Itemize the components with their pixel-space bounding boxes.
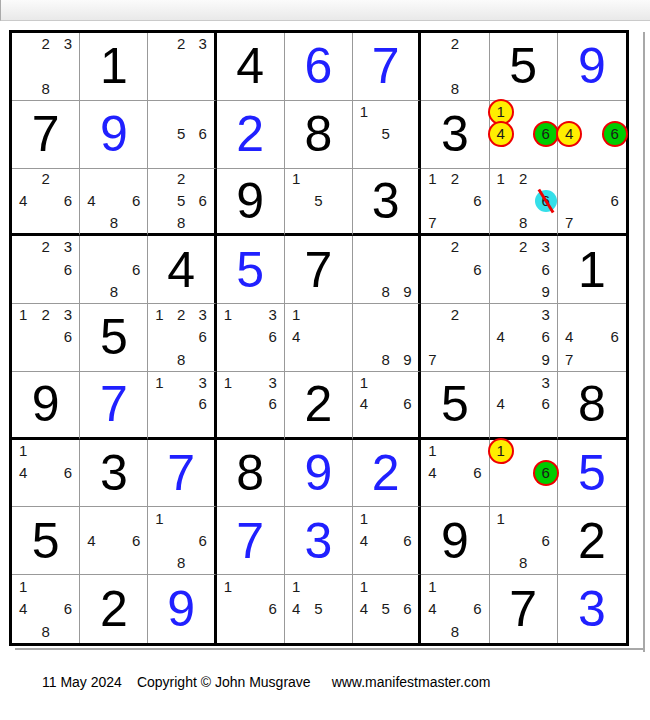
- candidate-1[interactable]: 1: [217, 372, 239, 394]
- cell-r1c3[interactable]: 23: [148, 33, 216, 101]
- candidate-4[interactable]: 4: [490, 393, 512, 415]
- cell-r3c8[interactable]: 1268: [490, 169, 558, 237]
- candidate-2[interactable]: 2: [444, 33, 466, 55]
- given-digit: 3: [441, 109, 469, 159]
- candidate-6[interactable]: 6: [125, 259, 147, 281]
- candidate-1[interactable]: 1: [353, 101, 375, 123]
- cell-r1c4[interactable]: 4: [217, 33, 285, 101]
- candidate-5[interactable]: 5: [307, 190, 329, 212]
- cell-r6c6[interactable]: 146: [353, 372, 421, 440]
- elimination-strike: [537, 189, 554, 213]
- solved-digit: 7: [372, 41, 400, 91]
- cell-r8c7[interactable]: 9: [421, 507, 489, 575]
- candidate-2[interactable]: 2: [444, 304, 466, 326]
- cell-r5c2[interactable]: 5: [80, 304, 148, 372]
- cell-r3c7[interactable]: 1267: [421, 169, 489, 237]
- cell-r5c4[interactable]: 136: [217, 304, 285, 372]
- cell-r2c3[interactable]: 56: [148, 101, 216, 169]
- candidate-1[interactable]: 1: [217, 304, 239, 326]
- candidate-6[interactable]: 6: [57, 598, 79, 620]
- cell-r8c5[interactable]: 3: [285, 507, 353, 575]
- candidate-6[interactable]: 6: [535, 326, 557, 348]
- cell-r8c6[interactable]: 146: [353, 507, 421, 575]
- candidate-6[interactable]: 6: [192, 190, 214, 212]
- candidate-5[interactable]: 5: [170, 190, 192, 212]
- candidate-2[interactable]: 2: [444, 168, 466, 190]
- solved-digit: 9: [100, 109, 128, 159]
- candidate-7[interactable]: 7: [422, 349, 444, 371]
- given-digit: 1: [100, 41, 128, 91]
- cell-r7c9[interactable]: 5: [558, 440, 626, 508]
- cell-r5c5[interactable]: 14: [285, 304, 353, 372]
- cell-r6c3[interactable]: 136: [148, 372, 216, 440]
- candidate-6[interactable]: 6: [262, 326, 284, 348]
- candidate-1[interactable]: 1: [353, 508, 375, 530]
- candidate-1[interactable]: 1: [490, 168, 512, 190]
- cell-r3c3[interactable]: 2568: [148, 169, 216, 237]
- cell-r4c9[interactable]: 1: [558, 236, 626, 304]
- cell-r4c1[interactable]: 236: [12, 236, 80, 304]
- candidate-6[interactable]: 6: [262, 393, 284, 415]
- solved-digit: 7: [167, 448, 195, 498]
- candidate-4[interactable]: 4: [285, 326, 307, 348]
- footer-copyright: Copyright © John Musgrave: [137, 674, 311, 690]
- cell-r6c7[interactable]: 5: [421, 372, 489, 440]
- candidate-1[interactable]: 1: [12, 440, 34, 462]
- solved-digit: 7: [236, 516, 264, 566]
- candidate-1[interactable]: 1: [353, 372, 375, 394]
- cell-r5c8[interactable]: 3469: [490, 304, 558, 372]
- toolbar-strip: [0, 0, 650, 21]
- given-digit: 7: [32, 109, 60, 159]
- candidate-9[interactable]: 9: [396, 349, 418, 371]
- cell-r6c8[interactable]: 346: [490, 372, 558, 440]
- candidate-4[interactable]: 4: [12, 598, 34, 620]
- candidate-6[interactable]: 6: [396, 530, 418, 552]
- solved-digit: 9: [305, 448, 333, 498]
- candidate-8[interactable]: 8: [103, 212, 125, 234]
- candidate-1[interactable]: 1: [217, 576, 239, 598]
- candidate-9[interactable]: 9: [535, 281, 557, 303]
- candidate-3[interactable]: 3: [535, 372, 557, 394]
- cell-r9c6[interactable]: 1456: [353, 575, 421, 643]
- given-digit: 7: [305, 245, 333, 295]
- sudoku-board: 2381234672859795628153146462464682568915…: [9, 30, 629, 646]
- cell-r3c2[interactable]: 468: [80, 169, 148, 237]
- cell-r2c1[interactable]: 7: [12, 101, 80, 169]
- candidate-2[interactable]: 2: [512, 168, 534, 190]
- cell-r4c2[interactable]: 68: [80, 236, 148, 304]
- candidate-1[interactable]: 1: [285, 168, 307, 190]
- candidate-9[interactable]: 9: [396, 281, 418, 303]
- candidate-2[interactable]: 2: [512, 236, 534, 258]
- cell-r8c9[interactable]: 2: [558, 507, 626, 575]
- candidate-8[interactable]: 8: [375, 281, 397, 303]
- cell-r8c3[interactable]: 168: [148, 507, 216, 575]
- candidate-6[interactable]: 6: [192, 393, 214, 415]
- candidate-2[interactable]: 2: [444, 236, 466, 258]
- cell-r8c2[interactable]: 46: [80, 507, 148, 575]
- candidate-3[interactable]: 3: [192, 304, 214, 326]
- candidate-6[interactable]: 6: [57, 259, 79, 281]
- candidate-1[interactable]: 1: [490, 101, 512, 123]
- given-digit: 8: [578, 379, 606, 429]
- candidate-3[interactable]: 3: [57, 236, 79, 258]
- candidate-6[interactable]: 6: [535, 190, 557, 212]
- candidate-2[interactable]: 2: [170, 304, 192, 326]
- candidate-1[interactable]: 1: [12, 304, 34, 326]
- candidate-8[interactable]: 8: [170, 212, 192, 234]
- candidate-3[interactable]: 3: [535, 236, 557, 258]
- footer-website: www.manifestmaster.com: [332, 674, 491, 690]
- candidate-6[interactable]: 6: [604, 190, 626, 212]
- candidate-3[interactable]: 3: [262, 372, 284, 394]
- candidate-1[interactable]: 1: [285, 576, 307, 598]
- given-digit: 5: [32, 516, 60, 566]
- candidate-4[interactable]: 4: [558, 123, 580, 145]
- candidate-8[interactable]: 8: [170, 552, 192, 574]
- candidate-1[interactable]: 1: [148, 304, 170, 326]
- given-digit: 3: [372, 176, 400, 226]
- candidate-1[interactable]: 1: [490, 440, 512, 462]
- given-digit: 3: [100, 448, 128, 498]
- candidate-1[interactable]: 1: [490, 508, 512, 530]
- candidate-6[interactable]: 6: [396, 598, 418, 620]
- candidate-8[interactable]: 8: [103, 281, 125, 303]
- candidate-4[interactable]: 4: [12, 190, 34, 212]
- cell-r5c1[interactable]: 1236: [12, 304, 80, 372]
- candidate-6[interactable]: 6: [535, 462, 557, 484]
- candidate-8[interactable]: 8: [444, 78, 466, 100]
- candidate-4[interactable]: 4: [422, 598, 444, 620]
- given-digit: 9: [236, 176, 264, 226]
- solved-digit: 9: [167, 584, 195, 634]
- candidate-4[interactable]: 4: [422, 462, 444, 484]
- cell-r1c9[interactable]: 9: [558, 33, 626, 101]
- candidate-4[interactable]: 4: [353, 393, 375, 415]
- candidate-6[interactable]: 6: [535, 123, 557, 145]
- candidate-6[interactable]: 6: [466, 598, 488, 620]
- candidate-8[interactable]: 8: [35, 78, 57, 100]
- candidate-8[interactable]: 8: [35, 621, 57, 643]
- board-shadow-right: [643, 32, 645, 652]
- candidate-4[interactable]: 4: [353, 530, 375, 552]
- cell-r4c8[interactable]: 2369: [490, 236, 558, 304]
- candidate-2[interactable]: 2: [35, 236, 57, 258]
- cell-r9c1[interactable]: 1468: [12, 575, 80, 643]
- candidate-4[interactable]: 4: [285, 598, 307, 620]
- candidate-1[interactable]: 1: [148, 508, 170, 530]
- candidate-1[interactable]: 1: [148, 372, 170, 394]
- given-digit: 5: [100, 312, 128, 362]
- candidate-6[interactable]: 6: [262, 598, 284, 620]
- cell-r2c2[interactable]: 9: [80, 101, 148, 169]
- solved-digit: 2: [236, 109, 264, 159]
- candidate-6[interactable]: 6: [396, 393, 418, 415]
- candidate-4[interactable]: 4: [12, 462, 34, 484]
- candidate-6[interactable]: 6: [192, 326, 214, 348]
- candidate-8[interactable]: 8: [444, 621, 466, 643]
- candidate-9[interactable]: 9: [535, 349, 557, 371]
- solved-digit: 2: [372, 448, 400, 498]
- cell-r2c6[interactable]: 15: [353, 101, 421, 169]
- cell-r9c8[interactable]: 7: [490, 575, 558, 643]
- candidate-6[interactable]: 6: [466, 190, 488, 212]
- candidate-1[interactable]: 1: [12, 576, 34, 598]
- candidate-8[interactable]: 8: [512, 212, 534, 234]
- candidate-1[interactable]: 1: [422, 440, 444, 462]
- given-digit: 2: [578, 516, 606, 566]
- candidate-4[interactable]: 4: [80, 530, 102, 552]
- cell-r7c5[interactable]: 9: [285, 440, 353, 508]
- cell-r4c4[interactable]: 5: [217, 236, 285, 304]
- candidate-2[interactable]: 2: [35, 168, 57, 190]
- given-digit: 4: [236, 41, 264, 91]
- candidate-4[interactable]: 4: [353, 598, 375, 620]
- given-digit: 1: [578, 245, 606, 295]
- cell-r2c9[interactable]: 46: [558, 101, 626, 169]
- cell-r6c2[interactable]: 7: [80, 372, 148, 440]
- given-digit: 5: [509, 41, 537, 91]
- cell-r3c9[interactable]: 67: [558, 169, 626, 237]
- solved-digit: 5: [578, 448, 606, 498]
- board-shadow-bottom: [15, 648, 645, 650]
- given-digit: 8: [305, 109, 333, 159]
- cell-r4c5[interactable]: 7: [285, 236, 353, 304]
- given-digit: 9: [32, 379, 60, 429]
- candidate-6[interactable]: 6: [192, 123, 214, 145]
- cell-r6c9[interactable]: 8: [558, 372, 626, 440]
- cell-r1c8[interactable]: 5: [490, 33, 558, 101]
- given-digit: 5: [441, 379, 469, 429]
- cell-r9c2[interactable]: 2: [80, 575, 148, 643]
- cell-r3c1[interactable]: 246: [12, 169, 80, 237]
- candidate-6[interactable]: 6: [604, 123, 626, 145]
- solved-digit: 9: [578, 41, 606, 91]
- solved-digit: 5: [236, 245, 264, 295]
- candidate-3[interactable]: 3: [262, 304, 284, 326]
- cell-r2c8[interactable]: 146: [490, 101, 558, 169]
- candidate-2[interactable]: 2: [170, 33, 192, 55]
- solved-digit: 7: [100, 379, 128, 429]
- cell-r7c4[interactable]: 8: [217, 440, 285, 508]
- candidate-6[interactable]: 6: [535, 393, 557, 415]
- cell-r1c1[interactable]: 238: [12, 33, 80, 101]
- cell-r7c3[interactable]: 7: [148, 440, 216, 508]
- cell-r6c4[interactable]: 136: [217, 372, 285, 440]
- cell-r4c6[interactable]: 89: [353, 236, 421, 304]
- footer: 11 May 2024Copyright © John Musgravewww.…: [42, 674, 490, 690]
- cell-r5c6[interactable]: 89: [353, 304, 421, 372]
- cell-r5c3[interactable]: 12368: [148, 304, 216, 372]
- given-digit: 7: [509, 584, 537, 634]
- candidate-6[interactable]: 6: [192, 530, 214, 552]
- candidate-6[interactable]: 6: [125, 190, 147, 212]
- candidate-4[interactable]: 4: [80, 190, 102, 212]
- cell-r3c5[interactable]: 15: [285, 169, 353, 237]
- cell-r7c2[interactable]: 3: [80, 440, 148, 508]
- candidate-6[interactable]: 6: [57, 190, 79, 212]
- candidate-7[interactable]: 7: [558, 212, 580, 234]
- candidate-1[interactable]: 1: [285, 304, 307, 326]
- candidate-3[interactable]: 3: [535, 304, 557, 326]
- cell-r8c8[interactable]: 168: [490, 507, 558, 575]
- candidate-2[interactable]: 2: [35, 33, 57, 55]
- solved-digit: 3: [305, 516, 333, 566]
- candidate-6[interactable]: 6: [466, 462, 488, 484]
- candidate-8[interactable]: 8: [170, 349, 192, 371]
- candidate-3[interactable]: 3: [57, 304, 79, 326]
- given-digit: 8: [236, 448, 264, 498]
- candidate-6[interactable]: 6: [57, 326, 79, 348]
- candidate-2[interactable]: 2: [35, 304, 57, 326]
- cell-r2c5[interactable]: 8: [285, 101, 353, 169]
- cell-r1c2[interactable]: 1: [80, 33, 148, 101]
- given-digit: 9: [441, 516, 469, 566]
- cell-r9c5[interactable]: 145: [285, 575, 353, 643]
- candidate-6[interactable]: 6: [466, 259, 488, 281]
- candidate-4[interactable]: 4: [490, 326, 512, 348]
- candidate-5[interactable]: 5: [307, 598, 329, 620]
- cell-r4c3[interactable]: 4: [148, 236, 216, 304]
- footer-date: 11 May 2024: [42, 674, 122, 690]
- candidate-8[interactable]: 8: [512, 552, 534, 574]
- candidate-5[interactable]: 5: [375, 123, 397, 145]
- cell-r7c8[interactable]: 16: [490, 440, 558, 508]
- cell-r9c9[interactable]: 3: [558, 575, 626, 643]
- cell-r8c4[interactable]: 7: [217, 507, 285, 575]
- candidate-3[interactable]: 3: [192, 372, 214, 394]
- candidate-3[interactable]: 3: [192, 33, 214, 55]
- cell-r9c4[interactable]: 16: [217, 575, 285, 643]
- cell-r6c5[interactable]: 2: [285, 372, 353, 440]
- cell-r8c1[interactable]: 5: [12, 507, 80, 575]
- cell-r7c1[interactable]: 146: [12, 440, 80, 508]
- cell-r1c7[interactable]: 28: [421, 33, 489, 101]
- cell-r3c4[interactable]: 9: [217, 169, 285, 237]
- candidate-5[interactable]: 5: [375, 598, 397, 620]
- cell-r1c5[interactable]: 6: [285, 33, 353, 101]
- candidate-6[interactable]: 6: [57, 462, 79, 484]
- candidate-2[interactable]: 2: [170, 168, 192, 190]
- cell-r1c6[interactable]: 7: [353, 33, 421, 101]
- candidate-7[interactable]: 7: [422, 212, 444, 234]
- cell-r7c6[interactable]: 2: [353, 440, 421, 508]
- cell-r7c7[interactable]: 146: [421, 440, 489, 508]
- candidate-7[interactable]: 7: [558, 349, 580, 371]
- candidate-3[interactable]: 3: [57, 33, 79, 55]
- candidate-6[interactable]: 6: [125, 530, 147, 552]
- candidate-4[interactable]: 4: [558, 326, 580, 348]
- given-digit: 2: [100, 584, 128, 634]
- cell-r4c7[interactable]: 26: [421, 236, 489, 304]
- cell-r2c4[interactable]: 2: [217, 101, 285, 169]
- solved-digit: 3: [578, 584, 606, 634]
- cell-r9c3[interactable]: 9: [148, 575, 216, 643]
- candidate-8[interactable]: 8: [375, 349, 397, 371]
- cell-r5c9[interactable]: 467: [558, 304, 626, 372]
- candidate-1[interactable]: 1: [422, 168, 444, 190]
- cell-r6c1[interactable]: 9: [12, 372, 80, 440]
- given-digit: 4: [167, 245, 195, 295]
- cell-r3c6[interactable]: 3: [353, 169, 421, 237]
- candidate-6[interactable]: 6: [604, 326, 626, 348]
- given-digit: 2: [305, 379, 333, 429]
- cell-r2c7[interactable]: 3: [421, 101, 489, 169]
- candidate-6[interactable]: 6: [535, 259, 557, 281]
- candidate-6[interactable]: 6: [535, 530, 557, 552]
- candidate-4[interactable]: 4: [490, 123, 512, 145]
- cell-r9c7[interactable]: 1468: [421, 575, 489, 643]
- solved-digit: 6: [305, 41, 333, 91]
- cell-r5c7[interactable]: 27: [421, 304, 489, 372]
- candidate-1[interactable]: 1: [353, 576, 375, 598]
- candidate-5[interactable]: 5: [170, 123, 192, 145]
- candidate-1[interactable]: 1: [422, 576, 444, 598]
